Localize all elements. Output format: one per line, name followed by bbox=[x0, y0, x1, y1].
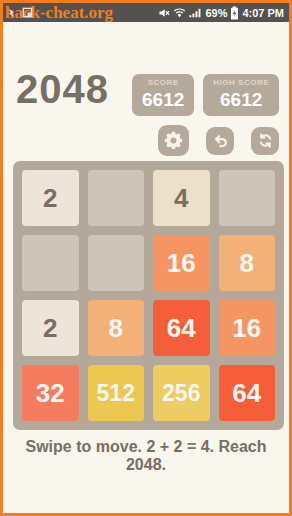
tile: 16 bbox=[219, 300, 276, 356]
tile: 512 bbox=[88, 365, 145, 421]
tile: 2 bbox=[22, 300, 79, 356]
status-left-icons bbox=[8, 7, 33, 18]
gear-icon bbox=[163, 130, 184, 151]
score-box: SCORE 6612 bbox=[132, 74, 194, 116]
battery-percent: 69% bbox=[205, 7, 227, 19]
tile: 64 bbox=[153, 300, 210, 356]
tile: 8 bbox=[219, 235, 276, 291]
clock: 4:07 PM bbox=[242, 7, 284, 19]
header: 2048 SCORE 6612 HIGH SCORE 6612 bbox=[13, 68, 279, 116]
toolbar bbox=[13, 125, 279, 156]
tile bbox=[219, 170, 276, 226]
tile: 64 bbox=[219, 365, 276, 421]
tile: 32 bbox=[22, 365, 79, 421]
signal-icon bbox=[189, 7, 202, 18]
status-right-cluster: 69% 4:07 PM bbox=[158, 6, 284, 20]
score-panel: SCORE 6612 HIGH SCORE 6612 bbox=[132, 74, 279, 116]
tile: 256 bbox=[153, 365, 210, 421]
instructions: Swipe to move. 2 + 2 = 4. Reach 2048. bbox=[13, 438, 279, 474]
undo-button[interactable] bbox=[206, 127, 234, 155]
game-board[interactable]: 2 4 16 8 2 8 64 16 32 512 256 64 bbox=[13, 161, 284, 430]
tile: 8 bbox=[88, 300, 145, 356]
tile: 4 bbox=[153, 170, 210, 226]
score-value: 6612 bbox=[142, 89, 184, 111]
tile bbox=[88, 170, 145, 226]
refresh-icon bbox=[257, 132, 274, 149]
tile: 16 bbox=[153, 235, 210, 291]
high-score-label: HIGH SCORE bbox=[213, 78, 269, 87]
high-score-value: 6612 bbox=[220, 89, 262, 111]
restart-button[interactable] bbox=[251, 127, 279, 155]
notification-icon bbox=[8, 7, 19, 18]
tile bbox=[88, 235, 145, 291]
settings-button[interactable] bbox=[158, 125, 189, 156]
game-title: 2048 bbox=[16, 68, 109, 116]
undo-icon bbox=[212, 132, 229, 149]
mute-icon bbox=[158, 7, 170, 19]
battery-charging-icon bbox=[230, 6, 239, 20]
high-score-box: HIGH SCORE 6612 bbox=[203, 74, 279, 116]
screenshot-icon bbox=[22, 7, 33, 18]
tile bbox=[22, 235, 79, 291]
score-label: SCORE bbox=[148, 78, 179, 87]
phone-screen: 69% 4:07 PM hack-cheat.org 2048 SCORE 66… bbox=[0, 0, 292, 516]
tile: 2 bbox=[22, 170, 79, 226]
wifi-icon bbox=[173, 7, 186, 18]
